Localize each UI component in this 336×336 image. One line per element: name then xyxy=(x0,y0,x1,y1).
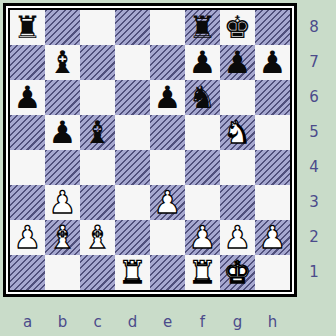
square-h5[interactable] xyxy=(255,115,290,150)
square-d4[interactable] xyxy=(115,150,150,185)
square-b7[interactable]: ♝ xyxy=(45,45,80,80)
square-a7[interactable] xyxy=(10,45,45,80)
piece-white-pawn: ♟ xyxy=(14,220,42,255)
rank-label-7: 7 xyxy=(303,45,325,80)
square-e4[interactable] xyxy=(150,150,185,185)
file-label-f: f xyxy=(185,311,220,333)
piece-black-bishop: ♝ xyxy=(84,115,112,150)
square-d3[interactable] xyxy=(115,185,150,220)
square-g2[interactable]: ♟ xyxy=(220,220,255,255)
piece-black-pawn: ♟ xyxy=(189,45,217,80)
square-b6[interactable] xyxy=(45,80,80,115)
piece-white-king: ♚ xyxy=(224,255,252,290)
square-c5[interactable]: ♝ xyxy=(80,115,115,150)
rank-labels: 87654321 xyxy=(303,10,325,290)
square-d6[interactable] xyxy=(115,80,150,115)
piece-black-pawn: ♟ xyxy=(259,45,287,80)
square-g1[interactable]: ♚ xyxy=(220,255,255,290)
piece-black-pawn: ♟ xyxy=(154,80,182,115)
piece-black-bishop: ♝ xyxy=(49,45,77,80)
square-c3[interactable] xyxy=(80,185,115,220)
piece-white-pawn: ♟ xyxy=(189,220,217,255)
square-c2[interactable]: ♝ xyxy=(80,220,115,255)
square-a4[interactable] xyxy=(10,150,45,185)
piece-white-pawn: ♟ xyxy=(224,220,252,255)
piece-black-pawn: ♟ xyxy=(49,115,77,150)
square-b1[interactable] xyxy=(45,255,80,290)
square-f8[interactable]: ♜ xyxy=(185,10,220,45)
square-c8[interactable] xyxy=(80,10,115,45)
piece-black-king: ♚ xyxy=(224,10,252,45)
piece-white-rook: ♜ xyxy=(119,255,147,290)
square-a3[interactable] xyxy=(10,185,45,220)
square-c4[interactable] xyxy=(80,150,115,185)
square-f7[interactable]: ♟ xyxy=(185,45,220,80)
file-label-b: b xyxy=(45,311,80,333)
square-e1[interactable] xyxy=(150,255,185,290)
square-b3[interactable]: ♟ xyxy=(45,185,80,220)
rank-label-5: 5 xyxy=(303,115,325,150)
rank-label-4: 4 xyxy=(303,150,325,185)
square-g4[interactable] xyxy=(220,150,255,185)
file-label-g: g xyxy=(220,311,255,333)
square-f4[interactable] xyxy=(185,150,220,185)
rank-label-1: 1 xyxy=(303,255,325,290)
rank-label-8: 8 xyxy=(303,10,325,45)
square-f2[interactable]: ♟ xyxy=(185,220,220,255)
file-label-e: e xyxy=(150,311,185,333)
square-g5[interactable]: ♞ xyxy=(220,115,255,150)
square-e8[interactable] xyxy=(150,10,185,45)
square-e2[interactable] xyxy=(150,220,185,255)
piece-white-pawn: ♟ xyxy=(259,220,287,255)
file-label-a: a xyxy=(10,311,45,333)
square-f5[interactable] xyxy=(185,115,220,150)
file-labels: abcdefgh xyxy=(10,311,290,333)
square-h8[interactable] xyxy=(255,10,290,45)
piece-black-knight: ♞ xyxy=(189,80,217,115)
square-a8[interactable]: ♜ xyxy=(10,10,45,45)
square-d1[interactable]: ♜ xyxy=(115,255,150,290)
square-d5[interactable] xyxy=(115,115,150,150)
square-c6[interactable] xyxy=(80,80,115,115)
piece-black-rook: ♜ xyxy=(189,10,217,45)
file-label-d: d xyxy=(115,311,150,333)
piece-white-bishop: ♝ xyxy=(49,220,77,255)
square-d7[interactable] xyxy=(115,45,150,80)
piece-white-rook: ♜ xyxy=(189,255,217,290)
rank-label-2: 2 xyxy=(303,220,325,255)
piece-white-knight: ♞ xyxy=(224,115,252,150)
square-f6[interactable]: ♞ xyxy=(185,80,220,115)
square-h1[interactable] xyxy=(255,255,290,290)
square-g8[interactable]: ♚ xyxy=(220,10,255,45)
board-frame: ♜♜♚♝♟♟♟♟♟♞♟♝♞♟♟♟♝♝♟♟♟♜♜♚ xyxy=(3,3,297,297)
piece-black-pawn: ♟ xyxy=(224,45,252,80)
square-a1[interactable] xyxy=(10,255,45,290)
board-inner-border: ♜♜♚♝♟♟♟♟♟♞♟♝♞♟♟♟♝♝♟♟♟♜♜♚ xyxy=(8,8,292,292)
square-a6[interactable]: ♟ xyxy=(10,80,45,115)
square-f1[interactable]: ♜ xyxy=(185,255,220,290)
square-e5[interactable] xyxy=(150,115,185,150)
square-h2[interactable]: ♟ xyxy=(255,220,290,255)
square-h6[interactable] xyxy=(255,80,290,115)
square-a2[interactable]: ♟ xyxy=(10,220,45,255)
file-label-c: c xyxy=(80,311,115,333)
square-b4[interactable] xyxy=(45,150,80,185)
square-a5[interactable] xyxy=(10,115,45,150)
rank-label-6: 6 xyxy=(303,80,325,115)
square-e7[interactable] xyxy=(150,45,185,80)
square-g3[interactable] xyxy=(220,185,255,220)
square-h4[interactable] xyxy=(255,150,290,185)
square-d2[interactable] xyxy=(115,220,150,255)
piece-black-pawn: ♟ xyxy=(14,80,42,115)
piece-white-pawn: ♟ xyxy=(154,185,182,220)
square-c1[interactable] xyxy=(80,255,115,290)
square-f3[interactable] xyxy=(185,185,220,220)
square-b5[interactable]: ♟ xyxy=(45,115,80,150)
square-h7[interactable]: ♟ xyxy=(255,45,290,80)
file-label-h: h xyxy=(255,311,290,333)
square-h3[interactable] xyxy=(255,185,290,220)
square-e3[interactable]: ♟ xyxy=(150,185,185,220)
square-g6[interactable] xyxy=(220,80,255,115)
square-g7[interactable]: ♟ xyxy=(220,45,255,80)
square-b2[interactable]: ♝ xyxy=(45,220,80,255)
square-d8[interactable] xyxy=(115,10,150,45)
square-c7[interactable] xyxy=(80,45,115,80)
piece-black-rook: ♜ xyxy=(14,10,42,45)
piece-white-pawn: ♟ xyxy=(49,185,77,220)
rank-label-3: 3 xyxy=(303,185,325,220)
square-b8[interactable] xyxy=(45,10,80,45)
square-e6[interactable]: ♟ xyxy=(150,80,185,115)
board: ♜♜♚♝♟♟♟♟♟♞♟♝♞♟♟♟♝♝♟♟♟♜♜♚ xyxy=(10,10,290,290)
piece-white-bishop: ♝ xyxy=(84,220,112,255)
